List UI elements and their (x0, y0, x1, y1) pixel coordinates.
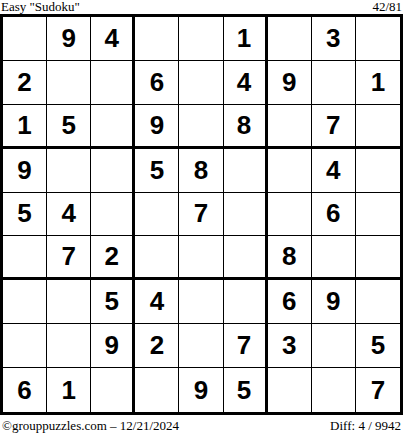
sudoku-cell-r6c8[interactable] (312, 236, 356, 280)
sudoku-cell-r2c7[interactable]: 9 (268, 61, 312, 105)
difficulty-label: Diff: 4 / 9942 (330, 418, 401, 434)
sudoku-cell-r1c4[interactable] (135, 17, 179, 61)
sudoku-cell-r4c8[interactable]: 4 (312, 149, 356, 193)
sudoku-cell-r3c3[interactable] (91, 105, 135, 149)
sudoku-cell-r2c4[interactable]: 6 (135, 61, 179, 105)
sudoku-cell-r1c1[interactable] (3, 17, 47, 61)
sudoku-cell-r4c9[interactable] (356, 149, 400, 193)
sudoku-cell-r8c7[interactable]: 3 (268, 324, 312, 368)
sudoku-cell-r6c9[interactable] (356, 236, 400, 280)
sudoku-cell-r6c6[interactable] (224, 236, 268, 280)
sudoku-cell-r5c4[interactable] (135, 193, 179, 237)
sudoku-cell-r2c1[interactable]: 2 (3, 61, 47, 105)
sudoku-cell-r5c6[interactable] (224, 193, 268, 237)
sudoku-cell-r5c9[interactable] (356, 193, 400, 237)
sudoku-cell-r4c7[interactable] (268, 149, 312, 193)
sudoku-cell-r8c1[interactable] (3, 324, 47, 368)
sudoku-cell-r7c1[interactable] (3, 280, 47, 324)
sudoku-cell-r1c7[interactable] (268, 17, 312, 61)
sudoku-cell-r3c2[interactable]: 5 (47, 105, 91, 149)
clue-counter: 42/81 (372, 0, 402, 14)
sudoku-cell-r6c4[interactable] (135, 236, 179, 280)
sudoku-cell-r1c3[interactable]: 4 (91, 17, 135, 61)
sudoku-cell-r3c7[interactable] (268, 105, 312, 149)
sudoku-cell-r2c9[interactable]: 1 (356, 61, 400, 105)
sudoku-cell-r5c3[interactable] (91, 193, 135, 237)
sudoku-cell-r3c4[interactable]: 9 (135, 105, 179, 149)
sudoku-cell-r8c3[interactable]: 9 (91, 324, 135, 368)
sudoku-cell-r2c6[interactable]: 4 (224, 61, 268, 105)
page-footer: ©grouppuzzles.com – 12/21/2024 Diff: 4 /… (0, 415, 403, 437)
sudoku-cell-r7c3[interactable]: 5 (91, 280, 135, 324)
sudoku-cell-r5c5[interactable]: 7 (179, 193, 223, 237)
sudoku-cell-r4c2[interactable] (47, 149, 91, 193)
sudoku-cell-r6c7[interactable]: 8 (268, 236, 312, 280)
sudoku-cell-r4c4[interactable]: 5 (135, 149, 179, 193)
sudoku-cell-r9c1[interactable]: 6 (3, 368, 47, 412)
sudoku-cell-r9c2[interactable]: 1 (47, 368, 91, 412)
page-header: Easy "Sudoku" 42/81 (0, 0, 403, 14)
sudoku-cell-r4c5[interactable]: 8 (179, 149, 223, 193)
sudoku-cell-r1c6[interactable]: 1 (224, 17, 268, 61)
sudoku-cell-r7c2[interactable] (47, 280, 91, 324)
sudoku-cell-r9c4[interactable] (135, 368, 179, 412)
sudoku-cell-r7c4[interactable]: 4 (135, 280, 179, 324)
sudoku-cell-r6c3[interactable]: 2 (91, 236, 135, 280)
sudoku-cell-r2c2[interactable] (47, 61, 91, 105)
sudoku-cell-r8c4[interactable]: 2 (135, 324, 179, 368)
sudoku-cell-r5c2[interactable]: 4 (47, 193, 91, 237)
sudoku-cell-r7c9[interactable] (356, 280, 400, 324)
sudoku-cell-r8c9[interactable]: 5 (356, 324, 400, 368)
sudoku-cell-r8c8[interactable] (312, 324, 356, 368)
sudoku-cell-r8c6[interactable]: 7 (224, 324, 268, 368)
sudoku-cell-r1c8[interactable]: 3 (312, 17, 356, 61)
sudoku-cell-r6c5[interactable] (179, 236, 223, 280)
sudoku-cell-r3c8[interactable]: 7 (312, 105, 356, 149)
sudoku-cell-r9c5[interactable]: 9 (179, 368, 223, 412)
sudoku-page: Easy "Sudoku" 42/81 94132649115987958454… (0, 0, 403, 437)
sudoku-cell-r9c8[interactable] (312, 368, 356, 412)
sudoku-cell-r8c5[interactable] (179, 324, 223, 368)
sudoku-cell-r1c2[interactable]: 9 (47, 17, 91, 61)
sudoku-cell-r9c9[interactable]: 7 (356, 368, 400, 412)
sudoku-cell-r4c1[interactable]: 9 (3, 149, 47, 193)
sudoku-cell-r7c8[interactable]: 9 (312, 280, 356, 324)
sudoku-cell-r4c3[interactable] (91, 149, 135, 193)
sudoku-cell-r3c6[interactable]: 8 (224, 105, 268, 149)
sudoku-cell-r5c7[interactable] (268, 193, 312, 237)
sudoku-cell-r4c6[interactable] (224, 149, 268, 193)
sudoku-cell-r7c6[interactable] (224, 280, 268, 324)
sudoku-cell-r3c9[interactable] (356, 105, 400, 149)
page-title: Easy "Sudoku" (1, 0, 80, 14)
sudoku-cell-r5c1[interactable]: 5 (3, 193, 47, 237)
sudoku-cell-r9c6[interactable]: 5 (224, 368, 268, 412)
sudoku-cell-r2c5[interactable] (179, 61, 223, 105)
sudoku-cell-r2c3[interactable] (91, 61, 135, 105)
sudoku-cell-r8c2[interactable] (47, 324, 91, 368)
sudoku-cell-r1c9[interactable] (356, 17, 400, 61)
sudoku-cell-r3c1[interactable]: 1 (3, 105, 47, 149)
sudoku-cell-r5c8[interactable]: 6 (312, 193, 356, 237)
sudoku-board: 941326491159879584547672854699273561957 (0, 14, 403, 415)
sudoku-cell-r3c5[interactable] (179, 105, 223, 149)
sudoku-cell-r9c7[interactable] (268, 368, 312, 412)
sudoku-cell-r9c3[interactable] (91, 368, 135, 412)
sudoku-cell-r7c5[interactable] (179, 280, 223, 324)
sudoku-cell-r7c7[interactable]: 6 (268, 280, 312, 324)
sudoku-cell-r2c8[interactable] (312, 61, 356, 105)
sudoku-cell-r1c5[interactable] (179, 17, 223, 61)
sudoku-cell-r6c1[interactable] (3, 236, 47, 280)
copyright-credit: ©grouppuzzles.com – 12/21/2024 (2, 418, 179, 434)
sudoku-cell-r6c2[interactable]: 7 (47, 236, 91, 280)
